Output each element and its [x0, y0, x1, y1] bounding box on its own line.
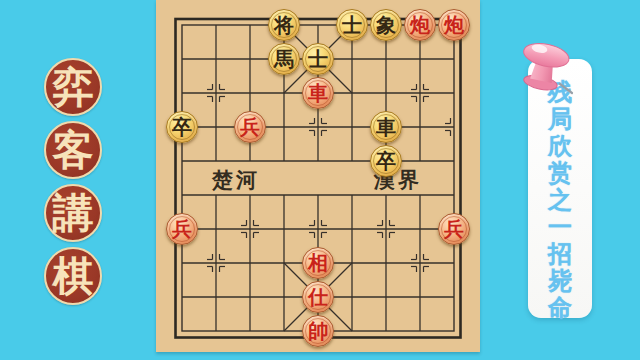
piece-glyph: 帥 [308, 321, 328, 341]
piece-red[interactable]: 仕 [302, 281, 334, 313]
pushpin-icon [504, 36, 582, 98]
piece-glyph: 兵 [172, 219, 192, 239]
piece-glyph: 炮 [444, 15, 464, 35]
piece-red[interactable]: 兵 [438, 213, 470, 245]
note-char: 欣 [548, 134, 572, 159]
note-char: 命 [548, 296, 572, 321]
piece-black[interactable]: 士 [302, 43, 334, 75]
piece-glyph: 卒 [172, 117, 192, 137]
piece-glyph: 兵 [240, 117, 260, 137]
piece-black[interactable]: 卒 [370, 145, 402, 177]
seal-badge: 講 [44, 184, 102, 242]
piece-glyph: 将 [274, 15, 294, 35]
piece-red[interactable]: 帥 [302, 315, 334, 347]
seal-badge: 棋 [44, 247, 102, 305]
note-char: 局 [548, 107, 572, 132]
piece-red[interactable]: 車 [302, 77, 334, 109]
note-char: 毙 [548, 269, 572, 294]
piece-red[interactable]: 兵 [166, 213, 198, 245]
piece-glyph: 車 [308, 83, 328, 103]
note-char: 一 [548, 215, 572, 240]
piece-black[interactable]: 卒 [166, 111, 198, 143]
piece-glyph: 車 [376, 117, 396, 137]
river-label-chu: 楚河 [206, 166, 266, 194]
piece-red[interactable]: 兵 [234, 111, 266, 143]
piece-glyph: 象 [376, 15, 396, 35]
piece-black[interactable]: 将 [268, 9, 300, 41]
note-char: 之 [548, 188, 572, 213]
piece-black[interactable]: 士 [336, 9, 368, 41]
screenshot-stage: 楚河 漢界 弈客講棋 残局欣赏之一招毙命 将士象炮炮馬士車卒兵 [0, 0, 640, 360]
piece-red[interactable]: 炮 [404, 9, 436, 41]
piece-glyph: 仕 [308, 287, 328, 307]
piece-glyph: 相 [308, 253, 328, 273]
piece-black[interactable]: 象 [370, 9, 402, 41]
note-char: 赏 [548, 161, 572, 186]
piece-red[interactable]: 相 [302, 247, 334, 279]
piece-black[interactable]: 馬 [268, 43, 300, 75]
piece-glyph: 卒 [376, 151, 396, 171]
seal-badge: 客 [44, 121, 102, 179]
piece-glyph: 炮 [410, 15, 430, 35]
piece-glyph: 士 [342, 15, 362, 35]
piece-red[interactable]: 炮 [438, 9, 470, 41]
piece-black[interactable]: 車 [370, 111, 402, 143]
left-banner: 弈客講棋 [44, 58, 102, 305]
seal-badge: 弈 [44, 58, 102, 116]
piece-glyph: 兵 [444, 219, 464, 239]
piece-glyph: 馬 [274, 49, 294, 69]
note-char: 招 [548, 242, 572, 267]
piece-glyph: 士 [308, 49, 328, 69]
